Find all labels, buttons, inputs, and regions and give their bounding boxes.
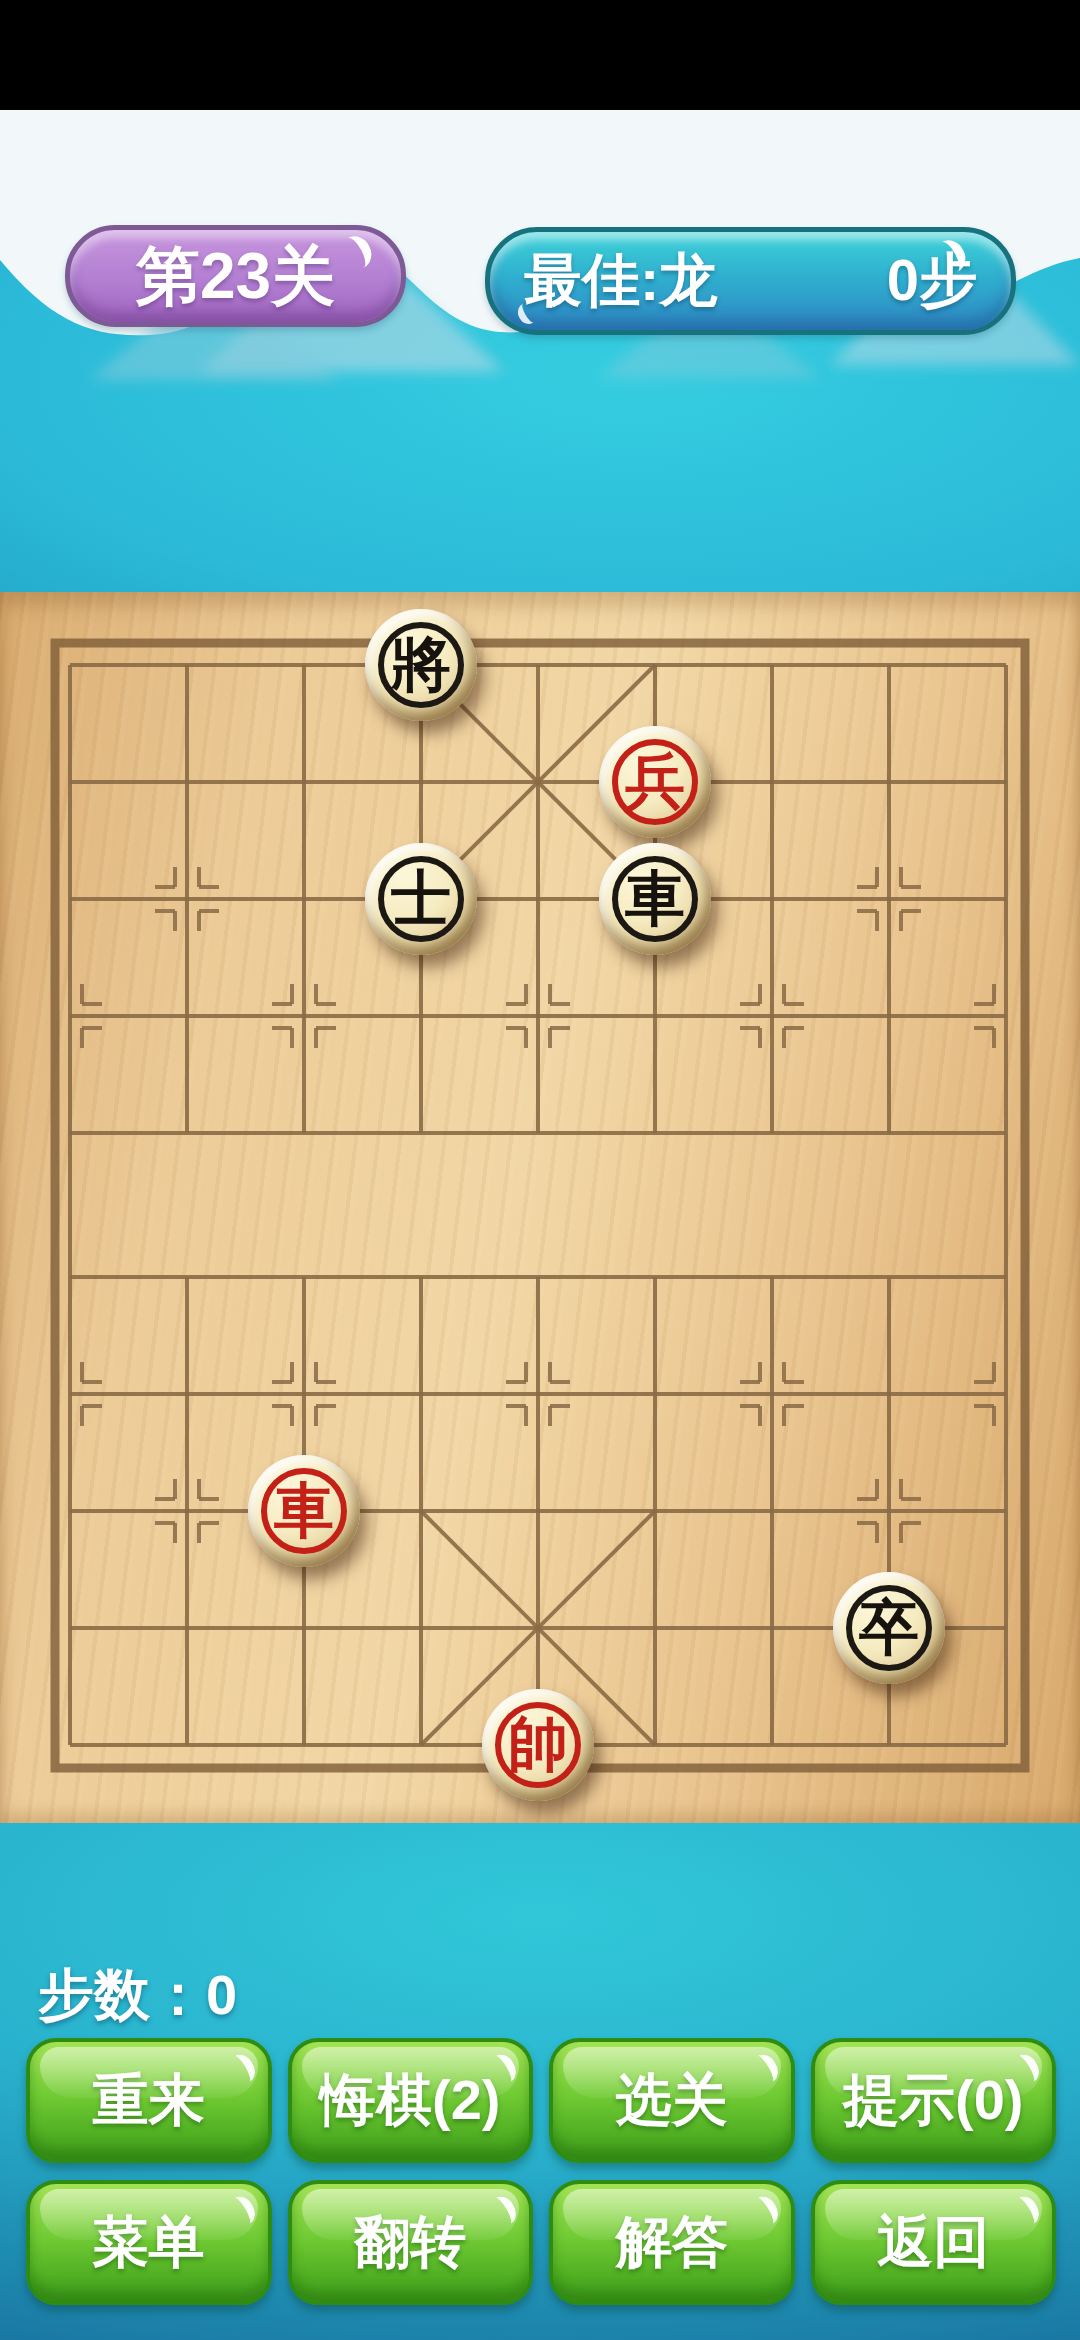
- control-buttons: 重来悔棋(2)选关提示(0)菜单翻转解答返回: [26, 2038, 1056, 2305]
- piece-glyph: 士: [391, 868, 451, 928]
- xiangqi-board[interactable]: 將兵士車車卒帥: [0, 592, 1080, 1823]
- piece-glyph: 兵: [625, 751, 685, 811]
- piece-ring: 兵: [612, 739, 698, 825]
- undo-button[interactable]: 悔棋(2): [288, 2038, 534, 2163]
- piece-black-soldier[interactable]: 卒: [833, 1572, 945, 1684]
- piece-ring: 卒: [846, 1585, 932, 1671]
- piece-black-general[interactable]: 將: [365, 609, 477, 721]
- best-score-pill: 最佳:龙 0步: [485, 227, 1016, 335]
- restart-button[interactable]: 重来: [26, 2038, 272, 2163]
- piece-red-general[interactable]: 帥: [482, 1689, 594, 1801]
- piece-glyph: 車: [274, 1480, 334, 1540]
- piece-ring: 車: [612, 856, 698, 942]
- solve-button[interactable]: 解答: [549, 2180, 795, 2305]
- hint-button[interactable]: 提示(0): [811, 2038, 1057, 2163]
- back-button[interactable]: 返回: [811, 2180, 1057, 2305]
- piece-glyph: 將: [391, 634, 451, 694]
- piece-ring: 將: [378, 622, 464, 708]
- piece-glyph: 車: [625, 868, 685, 928]
- piece-black-chariot[interactable]: 車: [599, 843, 711, 955]
- app-screen: 第23关 最佳:龙 0步 將兵士車車卒帥 步数：0 重来悔棋(2)选关提示(0)…: [0, 0, 1080, 2340]
- best-label: 最佳:龙: [524, 242, 717, 320]
- best-steps-label: 0步: [887, 242, 977, 320]
- menu-button[interactable]: 菜单: [26, 2180, 272, 2305]
- level-label: 第23关: [136, 233, 335, 320]
- flip-button[interactable]: 翻转: [288, 2180, 534, 2305]
- piece-red-soldier[interactable]: 兵: [599, 726, 711, 838]
- select-level-button[interactable]: 选关: [549, 2038, 795, 2163]
- piece-ring: 車: [261, 1468, 347, 1554]
- piece-black-advisor[interactable]: 士: [365, 843, 477, 955]
- sky-background: 第23关 最佳:龙 0步: [0, 110, 1080, 592]
- status-bar: [0, 0, 1080, 110]
- piece-red-chariot[interactable]: 車: [248, 1455, 360, 1567]
- level-pill: 第23关: [65, 225, 406, 327]
- piece-glyph: 卒: [859, 1597, 919, 1657]
- piece-ring: 帥: [495, 1702, 581, 1788]
- piece-ring: 士: [378, 856, 464, 942]
- piece-glyph: 帥: [508, 1714, 568, 1774]
- step-counter: 步数：0: [38, 1958, 237, 2034]
